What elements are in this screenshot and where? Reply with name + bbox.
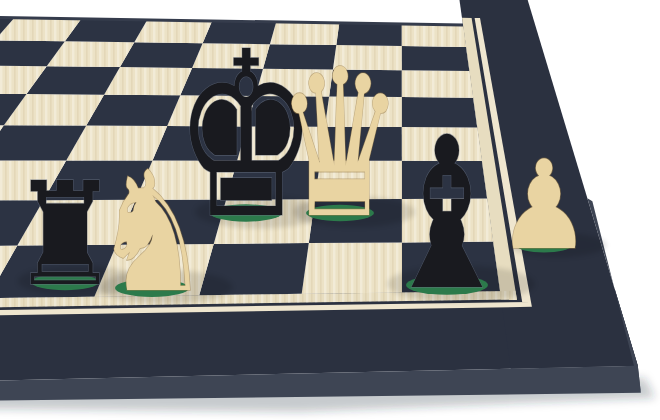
chess-board: ♚♛♟♜♝♞ xyxy=(0,0,660,420)
black-bishop-glyph: ♝ xyxy=(379,92,515,336)
square-a7[interactable] xyxy=(402,46,470,71)
black-bishop[interactable]: ♝ xyxy=(379,92,535,336)
square-grain-a8 xyxy=(402,24,466,47)
white-knight-glyph: ♞ xyxy=(92,135,211,328)
chessboard-photo: ♚♛♟♜♝♞ xyxy=(0,0,660,420)
